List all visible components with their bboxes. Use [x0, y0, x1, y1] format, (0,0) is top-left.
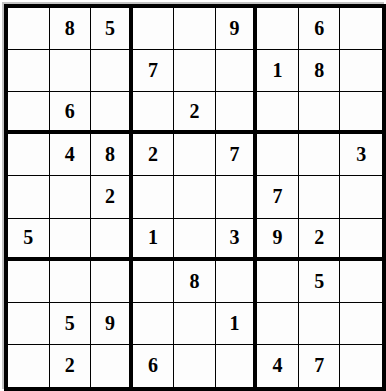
cell-r8c2-given-5[interactable]: 5: [50, 303, 92, 345]
cell-r3c6-empty[interactable]: [216, 92, 258, 134]
cell-r4c7-empty[interactable]: [257, 134, 299, 176]
cell-r2c1-empty[interactable]: [8, 50, 50, 92]
cell-r5c7-given-7[interactable]: 7: [257, 176, 299, 218]
cell-r1c4-empty[interactable]: [133, 8, 175, 50]
cell-r8c1-empty[interactable]: [8, 303, 50, 345]
cell-r8c5-empty[interactable]: [174, 303, 216, 345]
cell-r5c3-given-2[interactable]: 2: [91, 176, 133, 218]
cell-r5c1-empty[interactable]: [8, 176, 50, 218]
cell-r6c3-empty[interactable]: [91, 219, 133, 261]
cell-r1c3-given-5[interactable]: 5: [91, 8, 133, 50]
cell-r1c5-empty[interactable]: [174, 8, 216, 50]
cell-r4c8-empty[interactable]: [299, 134, 341, 176]
cell-r7c8-given-5[interactable]: 5: [299, 261, 341, 303]
cell-r6c2-empty[interactable]: [50, 219, 92, 261]
cell-r3c1-empty[interactable]: [8, 92, 50, 134]
cell-r4c9-given-3[interactable]: 3: [340, 134, 382, 176]
cell-r8c8-empty[interactable]: [299, 303, 341, 345]
cell-r9c9-empty[interactable]: [340, 345, 382, 387]
cell-r2c9-empty[interactable]: [340, 50, 382, 92]
cell-r9c8-given-7[interactable]: 7: [299, 345, 341, 387]
cell-r9c2-given-2[interactable]: 2: [50, 345, 92, 387]
cell-r7c7-empty[interactable]: [257, 261, 299, 303]
cell-r2c2-empty[interactable]: [50, 50, 92, 92]
cell-r3c7-empty[interactable]: [257, 92, 299, 134]
cell-r5c6-empty[interactable]: [216, 176, 258, 218]
cell-r5c8-empty[interactable]: [299, 176, 341, 218]
cell-r8c4-empty[interactable]: [133, 303, 175, 345]
cell-r4c1-empty[interactable]: [8, 134, 50, 176]
cell-r9c6-empty[interactable]: [216, 345, 258, 387]
cell-r1c2-given-8[interactable]: 8: [50, 8, 92, 50]
cell-r8c6-given-1[interactable]: 1: [216, 303, 258, 345]
cell-r6c1-given-5[interactable]: 5: [8, 219, 50, 261]
cell-r2c5-empty[interactable]: [174, 50, 216, 92]
cell-r6c5-empty[interactable]: [174, 219, 216, 261]
cell-r9c1-empty[interactable]: [8, 345, 50, 387]
cell-r6c6-given-3[interactable]: 3: [216, 219, 258, 261]
cell-r5c2-empty[interactable]: [50, 176, 92, 218]
cell-r2c7-given-1[interactable]: 1: [257, 50, 299, 92]
cell-r4c4-given-2[interactable]: 2: [133, 134, 175, 176]
cell-r1c7-empty[interactable]: [257, 8, 299, 50]
cell-r9c4-given-6[interactable]: 6: [133, 345, 175, 387]
cell-r4c5-empty[interactable]: [174, 134, 216, 176]
cell-r1c1-empty[interactable]: [8, 8, 50, 50]
cell-r7c5-given-8[interactable]: 8: [174, 261, 216, 303]
cell-r6c7-given-9[interactable]: 9: [257, 219, 299, 261]
cell-r9c7-given-4[interactable]: 4: [257, 345, 299, 387]
cell-r7c1-empty[interactable]: [8, 261, 50, 303]
cell-r4c3-given-8[interactable]: 8: [91, 134, 133, 176]
cell-r4c2-given-4[interactable]: 4: [50, 134, 92, 176]
cell-r8c9-empty[interactable]: [340, 303, 382, 345]
cell-r5c5-empty[interactable]: [174, 176, 216, 218]
cell-r2c8-given-8[interactable]: 8: [299, 50, 341, 92]
cell-r5c4-empty[interactable]: [133, 176, 175, 218]
cell-r7c9-empty[interactable]: [340, 261, 382, 303]
cell-r6c9-empty[interactable]: [340, 219, 382, 261]
cell-r1c9-empty[interactable]: [340, 8, 382, 50]
cell-r2c6-empty[interactable]: [216, 50, 258, 92]
cell-r7c6-empty[interactable]: [216, 261, 258, 303]
cell-r3c3-empty[interactable]: [91, 92, 133, 134]
cell-r8c7-empty[interactable]: [257, 303, 299, 345]
cell-r1c6-given-9[interactable]: 9: [216, 8, 258, 50]
cell-r1c8-given-6[interactable]: 6: [299, 8, 341, 50]
cell-r3c2-given-6[interactable]: 6: [50, 92, 92, 134]
cell-r8c3-given-9[interactable]: 9: [91, 303, 133, 345]
sudoku-diagram: 859671862482732751392855912647: [0, 0, 386, 391]
cell-r9c3-empty[interactable]: [91, 345, 133, 387]
cell-r2c3-empty[interactable]: [91, 50, 133, 92]
cell-r3c9-empty[interactable]: [340, 92, 382, 134]
cell-r7c3-empty[interactable]: [91, 261, 133, 303]
cell-r5c9-empty[interactable]: [340, 176, 382, 218]
cell-r4c6-given-7[interactable]: 7: [216, 134, 258, 176]
cell-r2c4-given-7[interactable]: 7: [133, 50, 175, 92]
cell-r3c5-given-2[interactable]: 2: [174, 92, 216, 134]
cell-r9c5-empty[interactable]: [174, 345, 216, 387]
cell-r3c8-empty[interactable]: [299, 92, 341, 134]
cell-r7c4-empty[interactable]: [133, 261, 175, 303]
cell-r7c2-empty[interactable]: [50, 261, 92, 303]
cell-r6c4-given-1[interactable]: 1: [133, 219, 175, 261]
cell-r3c4-empty[interactable]: [133, 92, 175, 134]
cell-r6c8-given-2[interactable]: 2: [299, 219, 341, 261]
sudoku-board: 859671862482732751392855912647: [4, 4, 386, 391]
